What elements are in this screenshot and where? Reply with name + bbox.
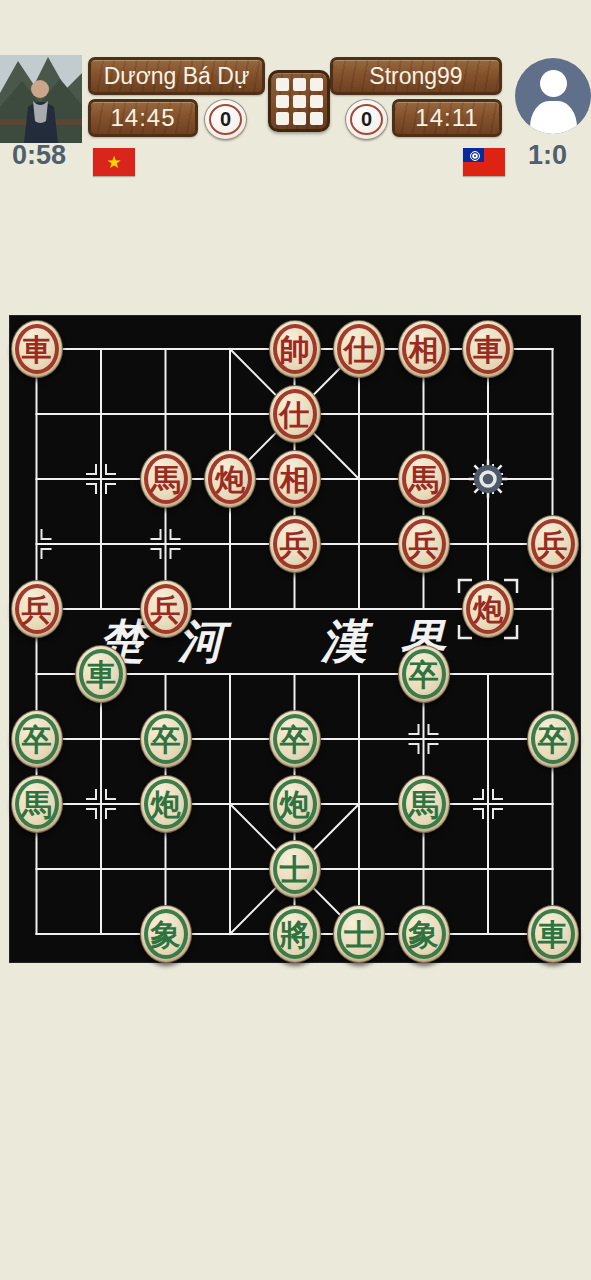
piece-red-horse[interactable]: 馬 <box>140 450 192 508</box>
piece-red-advisor[interactable]: 仕 <box>333 320 385 378</box>
piece-red-elephant[interactable]: 相 <box>269 450 321 508</box>
right-player-clock: 14:11 <box>392 99 502 137</box>
point-marker <box>86 789 96 799</box>
point-marker <box>106 789 116 799</box>
point-marker <box>429 744 439 754</box>
piece-red-general[interactable]: 帥 <box>269 320 321 378</box>
vietnam-flag: ★ <box>93 148 135 176</box>
point-marker <box>42 549 52 559</box>
point-marker <box>86 464 96 474</box>
vietnam-star: ★ <box>106 154 121 171</box>
piece-green-soldier[interactable]: 卒 <box>11 710 63 768</box>
left-player-name-plaque: Dương Bá Dự <box>88 57 265 95</box>
right-player-avatar[interactable] <box>515 58 591 134</box>
piece-red-soldier[interactable]: 兵 <box>140 580 192 638</box>
piece-red-chariot[interactable]: 車 <box>11 320 63 378</box>
right-match-score: 1:0 <box>528 140 567 171</box>
point-marker <box>171 529 181 539</box>
point-marker <box>473 809 483 819</box>
point-marker <box>86 809 96 819</box>
piece-green-general[interactable]: 將 <box>269 905 321 963</box>
point-marker <box>429 724 439 734</box>
piece-green-soldier[interactable]: 卒 <box>527 710 579 768</box>
taiwan-sun-icon <box>470 151 480 161</box>
point-marker <box>171 549 181 559</box>
piece-red-soldier[interactable]: 兵 <box>269 515 321 573</box>
piece-green-soldier[interactable]: 卒 <box>140 710 192 768</box>
piece-red-soldier[interactable]: 兵 <box>527 515 579 573</box>
piece-red-advisor[interactable]: 仕 <box>269 385 321 443</box>
left-player-time: 14:45 <box>110 104 175 132</box>
taiwan-flag <box>463 148 505 176</box>
right-player-time: 14:11 <box>415 104 478 132</box>
point-marker <box>493 789 503 799</box>
piece-green-chariot[interactable]: 車 <box>527 905 579 963</box>
piece-red-chariot[interactable]: 車 <box>462 320 514 378</box>
left-player-name: Dương Bá Dự <box>104 63 250 90</box>
point-marker <box>106 464 116 474</box>
point-marker <box>409 744 419 754</box>
point-marker <box>409 724 419 734</box>
right-player-name-plaque: Strong99 <box>330 57 502 95</box>
right-player-name: Strong99 <box>369 63 462 90</box>
piece-red-cannon[interactable]: 炮 <box>204 450 256 508</box>
point-marker <box>42 529 52 539</box>
piece-green-elephant[interactable]: 象 <box>140 905 192 963</box>
last-move-from-marker <box>474 465 502 493</box>
piece-red-cannon[interactable]: 炮 <box>462 580 514 638</box>
piece-green-advisor[interactable]: 士 <box>269 840 321 898</box>
person-icon <box>540 70 567 97</box>
piece-green-cannon[interactable]: 炮 <box>269 775 321 833</box>
piece-green-advisor[interactable]: 士 <box>333 905 385 963</box>
grid-3x3-icon <box>276 78 323 125</box>
piece-green-cannon[interactable]: 炮 <box>140 775 192 833</box>
piece-green-horse[interactable]: 馬 <box>11 775 63 833</box>
piece-green-soldier[interactable]: 卒 <box>398 645 450 703</box>
left-player-count: 0 <box>220 108 231 131</box>
point-marker <box>86 484 96 494</box>
point-marker <box>473 789 483 799</box>
point-marker <box>106 484 116 494</box>
left-match-score: 0:58 <box>12 140 66 171</box>
point-marker <box>151 549 161 559</box>
piece-green-elephant[interactable]: 象 <box>398 905 450 963</box>
piece-green-soldier[interactable]: 卒 <box>269 710 321 768</box>
point-marker <box>151 529 161 539</box>
menu-button[interactable] <box>268 70 330 132</box>
point-marker <box>106 809 116 819</box>
left-player-count-badge: 0 <box>204 99 247 140</box>
piece-green-chariot[interactable]: 車 <box>75 645 127 703</box>
left-player-clock: 14:45 <box>88 99 198 137</box>
point-marker <box>493 809 503 819</box>
right-player-count: 0 <box>361 108 372 131</box>
match-header: Dương Bá Dự 14:45 0 0 Strong99 14:11 0:5… <box>0 0 591 185</box>
avatar-photo-graphic <box>0 55 82 143</box>
river-text: 漢 <box>320 614 374 668</box>
xiangqi-board[interactable]: 楚河漢界 車帥仕相車仕馬炮相馬兵兵兵兵兵炮車卒卒卒卒卒馬炮炮馬士象將士象車 <box>9 315 581 963</box>
piece-green-horse[interactable]: 馬 <box>398 775 450 833</box>
piece-red-elephant[interactable]: 相 <box>398 320 450 378</box>
piece-red-horse[interactable]: 馬 <box>398 450 450 508</box>
piece-red-soldier[interactable]: 兵 <box>11 580 63 638</box>
left-player-avatar[interactable] <box>0 55 82 143</box>
right-player-count-badge: 0 <box>345 99 388 140</box>
piece-red-soldier[interactable]: 兵 <box>398 515 450 573</box>
